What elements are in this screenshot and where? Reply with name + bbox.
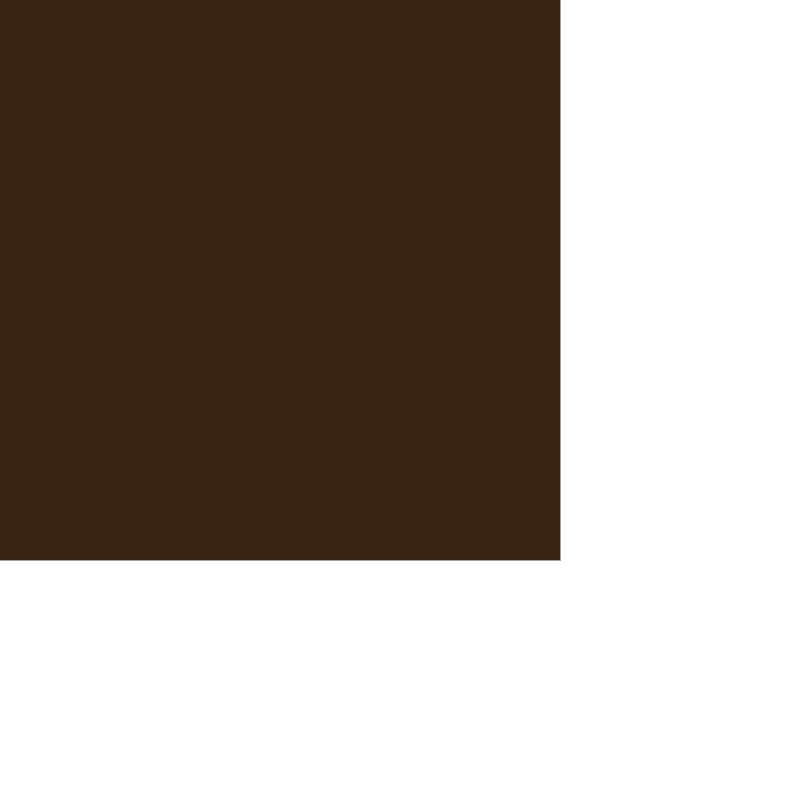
product-photo	[0, 0, 800, 800]
chessboard-grid	[0, 0, 560, 560]
